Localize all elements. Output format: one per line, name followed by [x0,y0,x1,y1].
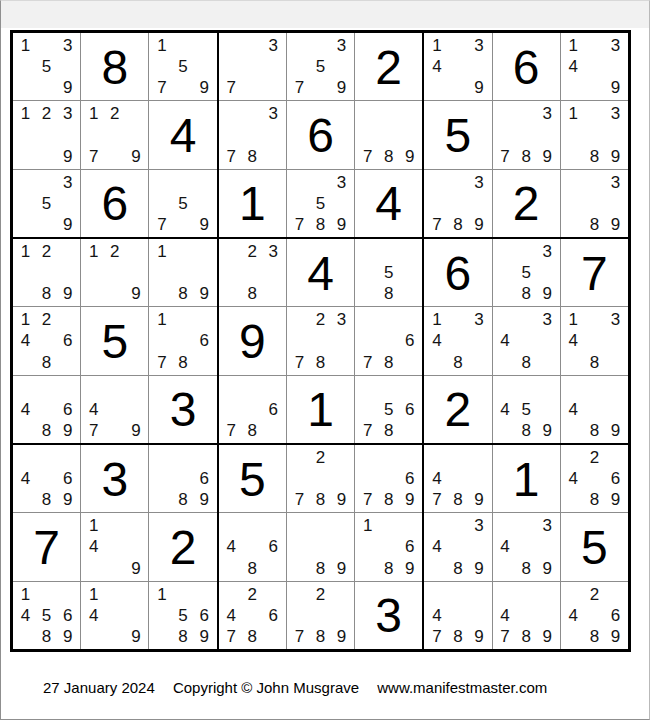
cell-r7c3[interactable]: 689 [149,445,216,512]
candidate-empty [310,536,331,557]
candidate-9: 9 [194,626,215,647]
candidate-empty [495,352,516,373]
cell-r9c6[interactable]: 3 [355,582,422,649]
candidate-empty [378,124,399,145]
candidate-empty [357,536,378,557]
candidate-empty [331,193,352,214]
candidate-empty [104,124,125,145]
solved-digit: 5 [239,456,266,504]
candidate-empty [537,605,558,626]
candidate-9: 9 [57,626,78,647]
cell-r6c6[interactable]: 5678 [355,376,422,443]
candidate-empty [447,536,468,557]
candidate-empty [399,124,420,145]
candidate-1: 1 [151,35,172,56]
candidate-empty [57,309,78,330]
candidate-8: 8 [516,352,537,373]
candidate-empty [584,605,605,626]
candidate-empty [194,35,215,56]
candidate-empty [104,399,125,420]
cell-r2c9[interactable]: 1389 [561,101,628,168]
candidate-7: 7 [289,489,310,510]
candidate-empty [331,515,352,536]
candidate-empty [125,378,146,399]
candidate-grid: 1349 [426,35,489,98]
candidate-empty [584,330,605,351]
candidate-grid: 238 [221,241,284,304]
candidate-empty [426,447,447,468]
candidate-empty [289,447,310,468]
candidate-grid: 3589 [495,241,558,304]
candidate-empty [221,515,242,536]
candidate-empty [15,146,36,167]
candidate-empty [537,352,558,373]
candidate-9: 9 [399,489,420,510]
candidate-empty [563,193,584,214]
candidate-empty [242,56,263,77]
candidate-9: 9 [57,77,78,98]
candidate-empty [331,536,352,557]
candidate-empty [584,103,605,124]
cell-r2c8[interactable]: 3789 [493,101,560,168]
candidate-1: 1 [357,515,378,536]
candidate-grid: 58 [357,241,420,304]
candidate-9: 9 [537,283,558,304]
candidate-empty [151,468,172,489]
candidate-empty [36,262,57,283]
candidate-empty [151,605,172,626]
candidate-empty [36,77,57,98]
candidate-2: 2 [584,447,605,468]
candidate-empty [36,468,57,489]
candidate-grid: 1289 [15,241,78,304]
candidate-empty [605,447,626,468]
candidate-empty [605,584,626,605]
candidate-4: 4 [563,330,584,351]
candidate-grid: 1348 [426,309,489,372]
candidate-9: 9 [125,558,146,579]
cell-r7c2[interactable]: 3 [81,445,148,512]
candidate-empty [151,447,172,468]
candidate-empty [36,447,57,468]
candidate-9: 9 [194,489,215,510]
candidate-empty [289,35,310,56]
cell-r9c9[interactable]: 24689 [561,582,628,649]
candidate-empty [36,35,57,56]
candidate-3: 3 [263,241,284,262]
cell-r4c2[interactable]: 129 [81,239,148,306]
cell-r3c8[interactable]: 2 [493,170,560,237]
cell-r1c8[interactable]: 6 [493,33,560,100]
footer-date: 27 January 2024 [43,679,155,696]
candidate-9: 9 [537,626,558,647]
cell-r7c7[interactable]: 4789 [424,445,491,512]
cell-r9c8[interactable]: 4789 [493,582,560,649]
candidate-grid: 149 [83,515,146,578]
candidate-empty [331,330,352,351]
candidate-9: 9 [125,420,146,441]
candidate-empty [331,56,352,77]
candidate-empty [563,124,584,145]
cell-r8c6[interactable]: 1689 [355,513,422,580]
candidate-grid: 1349 [563,35,626,98]
cell-r3c3[interactable]: 579 [149,170,216,237]
candidate-9: 9 [331,489,352,510]
candidate-empty [447,584,468,605]
cell-r8c1[interactable]: 7 [13,513,80,580]
solved-digit: 2 [513,180,540,228]
cell-r2c2[interactable]: 1279 [81,101,148,168]
candidate-grid: 2378 [289,309,352,372]
candidate-empty [194,447,215,468]
candidate-4: 4 [426,605,447,626]
candidate-empty [331,584,352,605]
candidate-empty [15,124,36,145]
candidate-empty [584,35,605,56]
cell-r9c3[interactable]: 15689 [149,582,216,649]
cell-r5c5[interactable]: 2378 [287,307,354,374]
candidate-empty [36,399,57,420]
box-3: 13496134953789138937892389 [424,33,628,237]
cell-r4c8[interactable]: 3589 [493,239,560,306]
footer-copyright: Copyright © John Musgrave [173,679,359,696]
cell-r6c8[interactable]: 4589 [493,376,560,443]
cell-r4c4[interactable]: 238 [219,239,286,306]
candidate-empty [605,56,626,77]
box-4: 1289129189124685167846894793 [13,239,217,443]
cell-r8c3[interactable]: 2 [149,513,216,580]
candidate-grid: 37 [221,35,284,98]
solved-digit: 1 [307,386,334,434]
cell-r5c7[interactable]: 1348 [424,307,491,374]
cell-r9c7[interactable]: 4789 [424,582,491,649]
candidate-8: 8 [36,283,57,304]
candidate-3: 3 [468,515,489,536]
candidate-empty [242,124,263,145]
candidate-empty [399,420,420,441]
candidate-empty [563,146,584,167]
cell-r9c1[interactable]: 145689 [13,582,80,649]
cell-r4c5[interactable]: 4 [287,239,354,306]
candidate-7: 7 [357,420,378,441]
candidate-empty [83,626,104,647]
cell-r2c5[interactable]: 6 [287,101,354,168]
candidate-grid: 1239 [15,103,78,166]
candidate-9: 9 [537,146,558,167]
candidate-9: 9 [537,420,558,441]
cell-r1c5[interactable]: 3579 [287,33,354,100]
candidate-empty [447,468,468,489]
cell-r6c9[interactable]: 489 [561,376,628,443]
candidate-empty [221,262,242,283]
candidate-empty [357,558,378,579]
cell-r7c6[interactable]: 6789 [355,445,422,512]
candidate-empty [516,605,537,626]
candidate-empty [242,536,263,557]
candidate-empty [426,172,447,193]
candidate-grid: 145689 [15,584,78,647]
candidate-empty [516,124,537,145]
candidate-7: 7 [426,626,447,647]
candidate-empty [563,77,584,98]
cell-r2c6[interactable]: 789 [355,101,422,168]
cell-r8c7[interactable]: 3489 [424,513,491,580]
candidate-3: 3 [57,35,78,56]
candidate-empty [378,330,399,351]
candidate-8: 8 [310,214,331,235]
candidate-empty [447,515,468,536]
candidate-3: 3 [537,515,558,536]
candidate-9: 9 [537,558,558,579]
candidate-empty [36,172,57,193]
candidate-empty [173,77,194,98]
candidate-empty [173,262,194,283]
solved-digit: 4 [170,112,197,160]
solved-digit: 5 [101,318,128,366]
candidate-grid: 4589 [495,378,558,441]
candidate-empty [104,378,125,399]
cell-r9c4[interactable]: 24678 [219,582,286,649]
candidate-empty [263,124,284,145]
candidate-empty [125,536,146,557]
cell-r1c4[interactable]: 37 [219,33,286,100]
cell-r5c8[interactable]: 348 [493,307,560,374]
candidate-empty [263,378,284,399]
candidate-1: 1 [83,584,104,605]
candidate-8: 8 [378,558,399,579]
candidate-6: 6 [399,468,420,489]
cell-r5c6[interactable]: 678 [355,307,422,374]
header-band [1,1,649,28]
candidate-empty [357,124,378,145]
candidate-empty [537,262,558,283]
candidate-grid: 15689 [151,584,214,647]
candidate-empty [537,378,558,399]
candidate-empty [57,56,78,77]
candidate-1: 1 [563,309,584,330]
candidate-9: 9 [605,77,626,98]
cell-r6c7[interactable]: 2 [424,376,491,443]
candidate-9: 9 [125,283,146,304]
candidate-grid: 3489 [495,515,558,578]
candidate-8: 8 [447,352,468,373]
candidate-6: 6 [57,468,78,489]
cell-r1c9[interactable]: 1349 [561,33,628,100]
cell-r3c7[interactable]: 3789 [424,170,491,237]
candidate-9: 9 [57,420,78,441]
cell-r1c1[interactable]: 1359 [13,33,80,100]
candidate-empty [151,193,172,214]
candidate-empty [194,584,215,605]
candidate-empty [537,584,558,605]
candidate-6: 6 [399,330,420,351]
candidate-6: 6 [194,605,215,626]
candidate-6: 6 [399,536,420,557]
solved-digit: 6 [513,44,540,92]
candidate-8: 8 [447,489,468,510]
candidate-empty [125,399,146,420]
candidate-empty [15,447,36,468]
candidate-empty [173,330,194,351]
candidate-empty [289,536,310,557]
candidate-5: 5 [173,56,194,77]
candidate-grid: 24689 [563,447,626,510]
cell-r1c7[interactable]: 1349 [424,33,491,100]
candidate-empty [399,262,420,283]
candidate-empty [426,77,447,98]
cell-r3c5[interactable]: 35789 [287,170,354,237]
candidate-grid: 24678 [221,584,284,647]
candidate-empty [173,214,194,235]
cell-r7c1[interactable]: 4689 [13,445,80,512]
cell-r7c8[interactable]: 1 [493,445,560,512]
cell-r8c4[interactable]: 468 [219,513,286,580]
candidate-grid: 4789 [426,584,489,647]
cell-r5c2[interactable]: 5 [81,307,148,374]
candidate-3: 3 [57,103,78,124]
cell-r2c4[interactable]: 378 [219,101,286,168]
candidate-9: 9 [57,283,78,304]
candidate-8: 8 [516,626,537,647]
candidate-empty [104,605,125,626]
candidate-4: 4 [563,605,584,626]
candidate-9: 9 [605,489,626,510]
candidate-empty [15,214,36,235]
cell-r5c1[interactable]: 12468 [13,307,80,374]
candidate-4: 4 [83,399,104,420]
cell-r7c5[interactable]: 2789 [287,445,354,512]
cell-r4c1[interactable]: 1289 [13,239,80,306]
candidate-empty [289,309,310,330]
candidate-empty [15,172,36,193]
cell-r3c4[interactable]: 1 [219,170,286,237]
candidate-empty [399,447,420,468]
candidate-empty [563,352,584,373]
candidate-1: 1 [563,35,584,56]
candidate-empty [563,489,584,510]
candidate-empty [447,35,468,56]
cell-r1c3[interactable]: 1579 [149,33,216,100]
cell-r3c2[interactable]: 6 [81,170,148,237]
candidate-2: 2 [242,584,263,605]
candidate-5: 5 [36,56,57,77]
candidate-grid: 1348 [563,309,626,372]
candidate-grid: 378 [221,103,284,166]
cell-r8c5[interactable]: 89 [287,513,354,580]
candidate-8: 8 [36,352,57,373]
candidate-6: 6 [605,468,626,489]
candidate-9: 9 [331,214,352,235]
cell-r6c5[interactable]: 1 [287,376,354,443]
candidate-empty [242,77,263,98]
cell-r3c6[interactable]: 4 [355,170,422,237]
cell-r4c9[interactable]: 7 [561,239,628,306]
candidate-2: 2 [310,447,331,468]
cell-r4c6[interactable]: 58 [355,239,422,306]
candidate-grid: 189 [151,241,214,304]
candidate-empty [125,262,146,283]
puzzle-page: 1359815791239127943596579373579237867891… [0,0,650,720]
cell-r5c3[interactable]: 1678 [149,307,216,374]
candidate-3: 3 [468,35,489,56]
candidate-empty [242,378,263,399]
candidate-empty [426,515,447,536]
cell-r4c7[interactable]: 6 [424,239,491,306]
candidate-4: 4 [15,468,36,489]
candidate-2: 2 [36,309,57,330]
cell-r1c2[interactable]: 8 [81,33,148,100]
candidate-empty [221,399,242,420]
candidate-4: 4 [83,605,104,626]
candidate-2: 2 [104,241,125,262]
candidate-1: 1 [83,103,104,124]
candidate-4: 4 [495,399,516,420]
cell-r3c1[interactable]: 359 [13,170,80,237]
candidate-grid: 129 [83,241,146,304]
candidate-7: 7 [151,214,172,235]
candidate-8: 8 [378,489,399,510]
cell-r4c3[interactable]: 189 [149,239,216,306]
cell-r7c4[interactable]: 5 [219,445,286,512]
candidate-1: 1 [83,241,104,262]
box-6: 6358971348348134824589489 [424,239,628,443]
candidate-5: 5 [516,262,537,283]
candidate-empty [563,447,584,468]
cell-r5c4[interactable]: 9 [219,307,286,374]
cell-r9c5[interactable]: 2789 [287,582,354,649]
candidate-4: 4 [563,56,584,77]
candidate-3: 3 [537,241,558,262]
cell-r8c9[interactable]: 5 [561,513,628,580]
cell-r2c7[interactable]: 5 [424,101,491,168]
cell-r6c4[interactable]: 678 [219,376,286,443]
solved-digit: 3 [101,456,128,504]
cell-r3c9[interactable]: 389 [561,170,628,237]
candidate-9: 9 [125,626,146,647]
candidate-empty [495,124,516,145]
cell-r1c6[interactable]: 2 [355,33,422,100]
candidate-3: 3 [263,103,284,124]
candidate-1: 1 [15,35,36,56]
candidate-7: 7 [426,214,447,235]
cell-r2c3[interactable]: 4 [149,101,216,168]
candidate-8: 8 [242,558,263,579]
cell-r6c1[interactable]: 4689 [13,376,80,443]
candidate-empty [447,193,468,214]
candidate-empty [194,193,215,214]
cell-r7c9[interactable]: 24689 [561,445,628,512]
candidate-empty [584,124,605,145]
candidate-empty [399,241,420,262]
candidate-empty [378,309,399,330]
candidate-9: 9 [468,558,489,579]
candidate-empty [357,262,378,283]
cell-r8c2[interactable]: 149 [81,513,148,580]
cell-r2c1[interactable]: 1239 [13,101,80,168]
cell-r6c3[interactable]: 3 [149,376,216,443]
candidate-empty [310,468,331,489]
candidate-empty [263,262,284,283]
candidate-empty [357,378,378,399]
cell-r8c8[interactable]: 3489 [493,513,560,580]
candidate-empty [447,447,468,468]
cell-r5c9[interactable]: 1348 [561,307,628,374]
candidate-empty [36,378,57,399]
candidate-empty [57,447,78,468]
solved-digit: 1 [513,456,540,504]
cell-r6c2[interactable]: 479 [81,376,148,443]
cell-r9c2[interactable]: 149 [81,582,148,649]
